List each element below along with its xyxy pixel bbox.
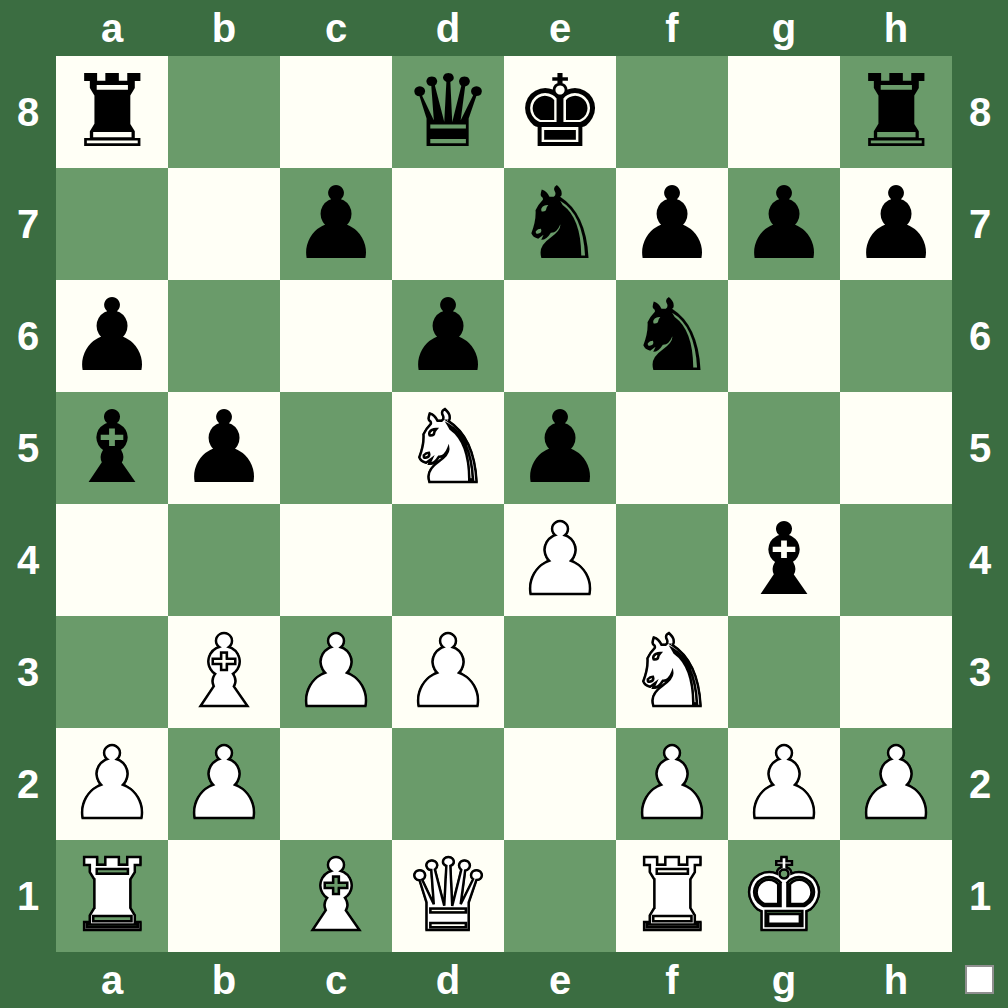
white-pawn-f2[interactable]: ♟ — [627, 728, 717, 840]
black-rook-a8[interactable]: ♜ — [67, 56, 157, 168]
white-pawn-c3[interactable]: ♟ — [291, 616, 381, 728]
white-knight-f3[interactable]: ♞ — [627, 616, 717, 728]
square-g5[interactable] — [728, 392, 840, 504]
square-a2[interactable]: ♟ — [56, 728, 168, 840]
white-bishop-b3[interactable]: ♝ — [179, 616, 269, 728]
square-c8[interactable] — [280, 56, 392, 168]
square-a7[interactable] — [56, 168, 168, 280]
file-label-f-top: f — [616, 0, 728, 56]
square-a6[interactable]: ♟ — [56, 280, 168, 392]
square-b5[interactable]: ♟ — [168, 392, 280, 504]
black-bishop-g4[interactable]: ♝ — [739, 504, 829, 616]
square-g3[interactable] — [728, 616, 840, 728]
file-label-a-bottom: a — [56, 952, 168, 1008]
white-bishop-c1[interactable]: ♝ — [291, 840, 381, 952]
rank-label-1-left: 1 — [0, 840, 56, 952]
square-h5[interactable] — [840, 392, 952, 504]
rank-label-6-left: 6 — [0, 280, 56, 392]
file-label-e-bottom: e — [504, 952, 616, 1008]
square-f3[interactable]: ♞ — [616, 616, 728, 728]
square-d2[interactable] — [392, 728, 504, 840]
square-a5[interactable]: ♝ — [56, 392, 168, 504]
square-g8[interactable] — [728, 56, 840, 168]
square-b4[interactable] — [168, 504, 280, 616]
square-e4[interactable]: ♟ — [504, 504, 616, 616]
square-b3[interactable]: ♝ — [168, 616, 280, 728]
black-pawn-h7[interactable]: ♟ — [851, 168, 941, 280]
rank-labels-right: 87654321 — [952, 56, 1008, 952]
square-g7[interactable]: ♟ — [728, 168, 840, 280]
rank-label-3-right: 3 — [952, 616, 1008, 728]
rank-label-3-left: 3 — [0, 616, 56, 728]
square-f1[interactable]: ♜ — [616, 840, 728, 952]
rank-label-8-left: 8 — [0, 56, 56, 168]
black-knight-e7[interactable]: ♞ — [515, 168, 605, 280]
side-to-move-indicator — [965, 965, 994, 994]
black-pawn-d6[interactable]: ♟ — [403, 280, 493, 392]
square-g6[interactable] — [728, 280, 840, 392]
square-f2[interactable]: ♟ — [616, 728, 728, 840]
chess-board-frame: abcdefgh abcdefgh 87654321 87654321 ♜♛♚♜… — [0, 0, 1008, 1008]
square-f8[interactable] — [616, 56, 728, 168]
square-h2[interactable]: ♟ — [840, 728, 952, 840]
black-pawn-c7[interactable]: ♟ — [291, 168, 381, 280]
square-e1[interactable] — [504, 840, 616, 952]
square-b7[interactable] — [168, 168, 280, 280]
square-f5[interactable] — [616, 392, 728, 504]
black-pawn-g7[interactable]: ♟ — [739, 168, 829, 280]
square-d5[interactable]: ♞ — [392, 392, 504, 504]
square-e3[interactable] — [504, 616, 616, 728]
square-h1[interactable] — [840, 840, 952, 952]
file-labels-bottom: abcdefgh — [56, 952, 952, 1008]
square-b6[interactable] — [168, 280, 280, 392]
square-f4[interactable] — [616, 504, 728, 616]
square-e5[interactable]: ♟ — [504, 392, 616, 504]
square-c4[interactable] — [280, 504, 392, 616]
rank-label-6-right: 6 — [952, 280, 1008, 392]
rank-label-5-right: 5 — [952, 392, 1008, 504]
file-label-c-top: c — [280, 0, 392, 56]
square-g2[interactable]: ♟ — [728, 728, 840, 840]
black-pawn-e5[interactable]: ♟ — [515, 392, 605, 504]
rank-label-5-left: 5 — [0, 392, 56, 504]
square-b8[interactable] — [168, 56, 280, 168]
white-king-g1[interactable]: ♚ — [739, 840, 829, 952]
black-rook-h8[interactable]: ♜ — [851, 56, 941, 168]
square-a8[interactable]: ♜ — [56, 56, 168, 168]
rank-label-2-right: 2 — [952, 728, 1008, 840]
square-f7[interactable]: ♟ — [616, 168, 728, 280]
rank-label-1-right: 1 — [952, 840, 1008, 952]
square-c3[interactable]: ♟ — [280, 616, 392, 728]
file-label-d-top: d — [392, 0, 504, 56]
rank-label-4-right: 4 — [952, 504, 1008, 616]
black-queen-d8[interactable]: ♛ — [403, 56, 493, 168]
white-rook-f1[interactable]: ♜ — [627, 840, 717, 952]
file-label-g-bottom: g — [728, 952, 840, 1008]
white-pawn-a2[interactable]: ♟ — [67, 728, 157, 840]
white-pawn-g2[interactable]: ♟ — [739, 728, 829, 840]
square-c7[interactable]: ♟ — [280, 168, 392, 280]
black-bishop-a5[interactable]: ♝ — [67, 392, 157, 504]
file-label-b-bottom: b — [168, 952, 280, 1008]
file-label-b-top: b — [168, 0, 280, 56]
square-g1[interactable]: ♚ — [728, 840, 840, 952]
black-knight-f6[interactable]: ♞ — [627, 280, 717, 392]
file-label-f-bottom: f — [616, 952, 728, 1008]
white-rook-a1[interactable]: ♜ — [67, 840, 157, 952]
black-king-e8[interactable]: ♚ — [515, 56, 605, 168]
file-label-d-bottom: d — [392, 952, 504, 1008]
file-label-h-top: h — [840, 0, 952, 56]
square-c5[interactable] — [280, 392, 392, 504]
rank-label-4-left: 4 — [0, 504, 56, 616]
chess-board: ♜♛♚♜♟♞♟♟♟♟♟♞♝♟♞♟♟♝♝♟♟♞♟♟♟♟♟♜♝♛♜♚ — [56, 56, 952, 952]
rank-label-7-left: 7 — [0, 168, 56, 280]
black-pawn-f7[interactable]: ♟ — [627, 168, 717, 280]
square-b1[interactable] — [168, 840, 280, 952]
square-h3[interactable] — [840, 616, 952, 728]
square-a4[interactable] — [56, 504, 168, 616]
file-label-a-top: a — [56, 0, 168, 56]
square-b2[interactable]: ♟ — [168, 728, 280, 840]
white-pawn-h2[interactable]: ♟ — [851, 728, 941, 840]
square-d3[interactable]: ♟ — [392, 616, 504, 728]
square-c6[interactable] — [280, 280, 392, 392]
square-h6[interactable] — [840, 280, 952, 392]
rank-label-8-right: 8 — [952, 56, 1008, 168]
black-pawn-a6[interactable]: ♟ — [67, 280, 157, 392]
rank-labels-left: 87654321 — [0, 56, 56, 952]
square-a3[interactable] — [56, 616, 168, 728]
square-e2[interactable] — [504, 728, 616, 840]
file-label-g-top: g — [728, 0, 840, 56]
square-e7[interactable]: ♞ — [504, 168, 616, 280]
square-h4[interactable] — [840, 504, 952, 616]
square-d4[interactable] — [392, 504, 504, 616]
square-f6[interactable]: ♞ — [616, 280, 728, 392]
file-label-h-bottom: h — [840, 952, 952, 1008]
file-label-e-top: e — [504, 0, 616, 56]
square-d6[interactable]: ♟ — [392, 280, 504, 392]
rank-label-2-left: 2 — [0, 728, 56, 840]
square-c2[interactable] — [280, 728, 392, 840]
square-h7[interactable]: ♟ — [840, 168, 952, 280]
black-pawn-b5[interactable]: ♟ — [179, 392, 269, 504]
white-pawn-e4[interactable]: ♟ — [515, 504, 605, 616]
white-pawn-b2[interactable]: ♟ — [179, 728, 269, 840]
file-labels-top: abcdefgh — [56, 0, 952, 56]
square-d7[interactable] — [392, 168, 504, 280]
rank-label-7-right: 7 — [952, 168, 1008, 280]
white-pawn-d3[interactable]: ♟ — [403, 616, 493, 728]
file-label-c-bottom: c — [280, 952, 392, 1008]
square-h8[interactable]: ♜ — [840, 56, 952, 168]
white-queen-d1[interactable]: ♛ — [403, 840, 493, 952]
square-a1[interactable]: ♜ — [56, 840, 168, 952]
white-knight-d5[interactable]: ♞ — [403, 392, 493, 504]
square-d8[interactable]: ♛ — [392, 56, 504, 168]
square-e8[interactable]: ♚ — [504, 56, 616, 168]
square-e6[interactable] — [504, 280, 616, 392]
square-g4[interactable]: ♝ — [728, 504, 840, 616]
square-d1[interactable]: ♛ — [392, 840, 504, 952]
square-c1[interactable]: ♝ — [280, 840, 392, 952]
